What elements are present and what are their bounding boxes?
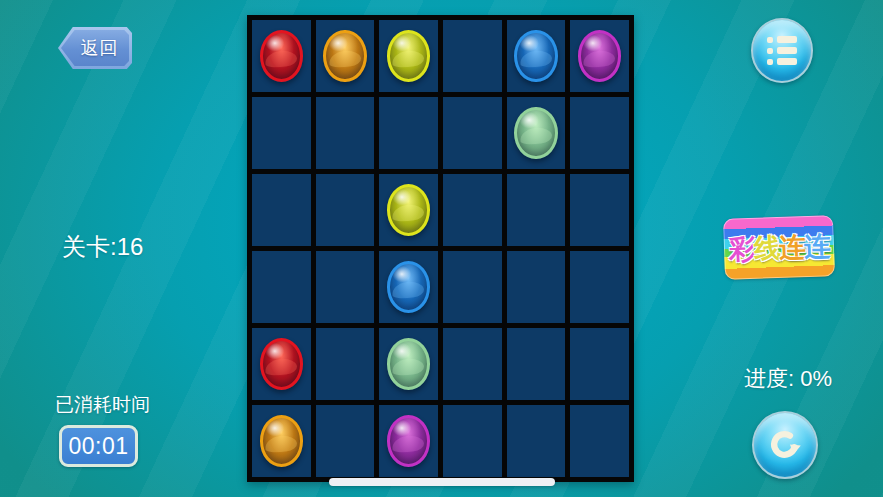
cell-r4c2[interactable] <box>316 251 375 323</box>
orange-dot[interactable] <box>260 415 303 467</box>
purple-dot[interactable] <box>387 415 430 467</box>
cell-r3c3[interactable] <box>379 174 438 246</box>
red-dot[interactable] <box>260 338 303 390</box>
cell-r2c3[interactable] <box>379 97 438 169</box>
cell-r6c4[interactable] <box>443 405 502 477</box>
yellow-dot[interactable] <box>387 184 430 236</box>
cell-r2c6[interactable] <box>570 97 629 169</box>
cell-r6c1[interactable] <box>252 405 311 477</box>
cell-r2c5[interactable] <box>507 97 566 169</box>
cell-r6c2[interactable] <box>316 405 375 477</box>
logo-char-1: 彩 <box>728 230 754 267</box>
cell-r1c6[interactable] <box>570 20 629 92</box>
logo-char-2: 线 <box>753 230 779 267</box>
elapsed-time-label: 已消耗时间 <box>55 392 150 418</box>
home-indicator-bar[interactable] <box>329 478 555 486</box>
cell-r1c3[interactable] <box>379 20 438 92</box>
orange-dot[interactable] <box>323 30 366 82</box>
cell-r4c3[interactable] <box>379 251 438 323</box>
back-button-face: 返回 <box>61 30 129 66</box>
list-menu-icon <box>767 36 797 65</box>
cell-r2c4[interactable] <box>443 97 502 169</box>
cell-r5c2[interactable] <box>316 328 375 400</box>
green-dot[interactable] <box>387 338 430 390</box>
refresh-icon <box>767 427 803 463</box>
cell-r1c1[interactable] <box>252 20 311 92</box>
cell-r1c4[interactable] <box>443 20 502 92</box>
restart-button[interactable] <box>752 411 818 479</box>
logo-char-4: 连 <box>803 228 829 265</box>
back-button-label: 返回 <box>81 36 119 60</box>
cell-r4c5[interactable] <box>507 251 566 323</box>
cell-r6c6[interactable] <box>570 405 629 477</box>
cell-r5c3[interactable] <box>379 328 438 400</box>
red-dot[interactable] <box>260 30 303 82</box>
blue-dot[interactable] <box>387 261 430 313</box>
cell-r4c4[interactable] <box>443 251 502 323</box>
cell-r3c4[interactable] <box>443 174 502 246</box>
cell-r3c1[interactable] <box>252 174 311 246</box>
cell-r1c2[interactable] <box>316 20 375 92</box>
blue-dot[interactable] <box>514 30 557 82</box>
cell-r3c2[interactable] <box>316 174 375 246</box>
logo-char-3: 连 <box>778 229 804 266</box>
game-logo: 彩线连连 <box>723 215 835 280</box>
game-board[interactable] <box>247 15 634 482</box>
cell-r5c4[interactable] <box>443 328 502 400</box>
green-dot[interactable] <box>514 107 557 159</box>
level-indicator: 关卡:16 <box>62 231 143 263</box>
cell-r2c2[interactable] <box>316 97 375 169</box>
cell-r2c1[interactable] <box>252 97 311 169</box>
progress-indicator: 进度: 0% <box>744 364 832 394</box>
cell-r3c5[interactable] <box>507 174 566 246</box>
cell-r5c6[interactable] <box>570 328 629 400</box>
cell-r4c1[interactable] <box>252 251 311 323</box>
yellow-dot[interactable] <box>387 30 430 82</box>
game-screen: 返回 关卡:16 已消耗时间 00:01 彩线连连 进度: 0% <box>0 0 883 497</box>
cell-r3c6[interactable] <box>570 174 629 246</box>
cell-r5c1[interactable] <box>252 328 311 400</box>
cell-r5c5[interactable] <box>507 328 566 400</box>
purple-dot[interactable] <box>578 30 621 82</box>
menu-button[interactable] <box>751 18 813 83</box>
cell-r6c5[interactable] <box>507 405 566 477</box>
back-button[interactable]: 返回 <box>58 27 132 69</box>
cell-r6c3[interactable] <box>379 405 438 477</box>
timer-display: 00:01 <box>59 425 138 467</box>
cell-r4c6[interactable] <box>570 251 629 323</box>
cell-r1c5[interactable] <box>507 20 566 92</box>
timer-value: 00:01 <box>68 433 128 460</box>
